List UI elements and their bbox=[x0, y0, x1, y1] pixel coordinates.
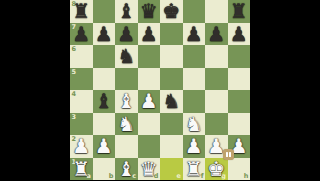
pause-bar-right bbox=[229, 152, 231, 157]
rank-label-6: 6 bbox=[72, 46, 77, 53]
square-e7[interactable] bbox=[160, 23, 183, 46]
square-h3[interactable] bbox=[228, 113, 251, 136]
pause-icon[interactable] bbox=[223, 149, 234, 160]
black-pawn-a7[interactable]: ♟ bbox=[70, 23, 93, 46]
square-d4[interactable]: ♟ bbox=[138, 90, 161, 113]
square-g5[interactable] bbox=[205, 68, 228, 91]
white-bishop-c4[interactable]: ♝ bbox=[115, 90, 138, 113]
square-a1[interactable]: 1a♜ bbox=[70, 158, 93, 181]
rank-label-3: 3 bbox=[72, 114, 77, 121]
white-rook-f1[interactable]: ♜ bbox=[183, 158, 206, 181]
square-f1[interactable]: f♜ bbox=[183, 158, 206, 181]
white-pawn-d4[interactable]: ♟ bbox=[138, 90, 161, 113]
white-pawn-b2[interactable]: ♟ bbox=[93, 135, 116, 158]
square-h8[interactable]: ♜ bbox=[228, 0, 251, 23]
square-d6[interactable] bbox=[138, 45, 161, 68]
square-c1[interactable]: c♝ bbox=[115, 158, 138, 181]
white-pawn-a2[interactable]: ♟ bbox=[70, 135, 93, 158]
square-e2[interactable] bbox=[160, 135, 183, 158]
square-f3[interactable]: ♞ bbox=[183, 113, 206, 136]
black-bishop-c8[interactable]: ♝ bbox=[115, 0, 138, 23]
black-pawn-d7[interactable]: ♟ bbox=[138, 23, 161, 46]
file-label-b: b bbox=[109, 173, 114, 180]
square-b4[interactable]: ♝ bbox=[93, 90, 116, 113]
black-rook-h8[interactable]: ♜ bbox=[228, 0, 251, 23]
square-b1[interactable]: b bbox=[93, 158, 116, 181]
rank-label-4: 4 bbox=[72, 91, 77, 98]
square-d1[interactable]: d♛ bbox=[138, 158, 161, 181]
black-king-e8[interactable]: ♚ bbox=[160, 0, 183, 23]
black-bishop-b4[interactable]: ♝ bbox=[93, 90, 116, 113]
square-h4[interactable] bbox=[228, 90, 251, 113]
square-f6[interactable] bbox=[183, 45, 206, 68]
letterbox-left bbox=[0, 0, 70, 180]
letterbox-right bbox=[250, 0, 320, 180]
white-knight-c3[interactable]: ♞ bbox=[115, 113, 138, 136]
square-a7[interactable]: 7♟ bbox=[70, 23, 93, 46]
square-c6[interactable]: ♞ bbox=[115, 45, 138, 68]
black-knight-e4[interactable]: ♞ bbox=[160, 90, 183, 113]
square-a6[interactable]: 6 bbox=[70, 45, 93, 68]
white-king-g1[interactable]: ♚ bbox=[205, 158, 228, 181]
square-e6[interactable] bbox=[160, 45, 183, 68]
black-rook-a8[interactable]: ♜ bbox=[70, 0, 93, 23]
square-g7[interactable]: ♟ bbox=[205, 23, 228, 46]
white-pawn-f2[interactable]: ♟ bbox=[183, 135, 206, 158]
square-a5[interactable]: 5 bbox=[70, 68, 93, 91]
square-c8[interactable]: ♝ bbox=[115, 0, 138, 23]
video-frame: 8♜♝♛♚♜7♟♟♟♟♟♟♟6♞54♝♝♟♞3♞♞2♟♟♟♟♟1a♜bc♝d♛e… bbox=[0, 0, 320, 180]
square-c7[interactable]: ♟ bbox=[115, 23, 138, 46]
square-c2[interactable] bbox=[115, 135, 138, 158]
square-g1[interactable]: g♚ bbox=[205, 158, 228, 181]
square-a4[interactable]: 4 bbox=[70, 90, 93, 113]
square-b3[interactable] bbox=[93, 113, 116, 136]
square-f4[interactable] bbox=[183, 90, 206, 113]
file-label-e: e bbox=[177, 173, 181, 180]
square-g4[interactable] bbox=[205, 90, 228, 113]
square-b6[interactable] bbox=[93, 45, 116, 68]
square-d7[interactable]: ♟ bbox=[138, 23, 161, 46]
square-h5[interactable] bbox=[228, 68, 251, 91]
square-c3[interactable]: ♞ bbox=[115, 113, 138, 136]
square-e3[interactable] bbox=[160, 113, 183, 136]
square-f7[interactable]: ♟ bbox=[183, 23, 206, 46]
square-a3[interactable]: 3 bbox=[70, 113, 93, 136]
square-h6[interactable] bbox=[228, 45, 251, 68]
square-g3[interactable] bbox=[205, 113, 228, 136]
square-c4[interactable]: ♝ bbox=[115, 90, 138, 113]
square-g8[interactable] bbox=[205, 0, 228, 23]
square-a2[interactable]: 2♟ bbox=[70, 135, 93, 158]
square-d5[interactable] bbox=[138, 68, 161, 91]
white-bishop-c1[interactable]: ♝ bbox=[115, 158, 138, 181]
white-queen-d1[interactable]: ♛ bbox=[138, 158, 161, 181]
black-pawn-c7[interactable]: ♟ bbox=[115, 23, 138, 46]
pause-bar-left bbox=[226, 152, 228, 157]
white-rook-a1[interactable]: ♜ bbox=[70, 158, 93, 181]
square-b7[interactable]: ♟ bbox=[93, 23, 116, 46]
black-pawn-h7[interactable]: ♟ bbox=[228, 23, 251, 46]
square-d8[interactable]: ♛ bbox=[138, 0, 161, 23]
square-d3[interactable] bbox=[138, 113, 161, 136]
square-e8[interactable]: ♚ bbox=[160, 0, 183, 23]
file-label-h: h bbox=[244, 173, 249, 180]
square-a8[interactable]: 8♜ bbox=[70, 0, 93, 23]
rank-label-5: 5 bbox=[72, 69, 77, 76]
black-queen-d8[interactable]: ♛ bbox=[138, 0, 161, 23]
black-pawn-b7[interactable]: ♟ bbox=[93, 23, 116, 46]
square-e4[interactable]: ♞ bbox=[160, 90, 183, 113]
square-h1[interactable]: h bbox=[228, 158, 251, 181]
square-e5[interactable] bbox=[160, 68, 183, 91]
square-f5[interactable] bbox=[183, 68, 206, 91]
black-knight-c6[interactable]: ♞ bbox=[115, 45, 138, 68]
square-c5[interactable] bbox=[115, 68, 138, 91]
square-g6[interactable] bbox=[205, 45, 228, 68]
square-d2[interactable] bbox=[138, 135, 161, 158]
square-b2[interactable]: ♟ bbox=[93, 135, 116, 158]
square-f2[interactable]: ♟ bbox=[183, 135, 206, 158]
black-pawn-f7[interactable]: ♟ bbox=[183, 23, 206, 46]
square-e1[interactable]: e bbox=[160, 158, 183, 181]
square-h7[interactable]: ♟ bbox=[228, 23, 251, 46]
black-pawn-g7[interactable]: ♟ bbox=[205, 23, 228, 46]
square-b5[interactable] bbox=[93, 68, 116, 91]
square-f8[interactable] bbox=[183, 0, 206, 23]
white-knight-f3[interactable]: ♞ bbox=[183, 113, 206, 136]
square-b8[interactable] bbox=[93, 0, 116, 23]
